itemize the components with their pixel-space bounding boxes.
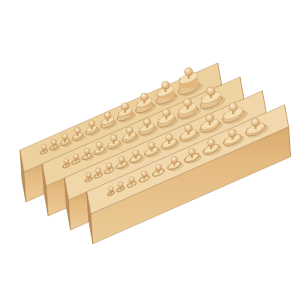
cylinder-blocks-photo bbox=[0, 0, 300, 300]
knob-b2-5[interactable] bbox=[110, 135, 117, 142]
knob-b4-6[interactable] bbox=[171, 156, 178, 163]
knob-b2-3[interactable] bbox=[84, 148, 90, 154]
knob-b1-8[interactable] bbox=[141, 93, 149, 101]
knob-b4-10[interactable] bbox=[251, 118, 259, 126]
knob-b4-5[interactable] bbox=[155, 164, 161, 170]
knob-b1-6[interactable] bbox=[104, 112, 111, 119]
knob-b1-4[interactable] bbox=[75, 127, 81, 133]
knob-b2-10[interactable] bbox=[207, 87, 216, 96]
knob-b2-4[interactable] bbox=[96, 142, 102, 148]
knob-b1-1[interactable] bbox=[41, 144, 46, 149]
knob-b4-3[interactable] bbox=[129, 177, 135, 183]
knob-b3-6[interactable] bbox=[148, 142, 155, 149]
knob-b4-4[interactable] bbox=[141, 171, 147, 177]
knob-b3-7[interactable] bbox=[165, 134, 172, 141]
knob-b3-2[interactable] bbox=[95, 168, 100, 173]
knob-b1-9[interactable] bbox=[162, 81, 170, 89]
knob-b2-8[interactable] bbox=[163, 109, 171, 117]
knob-b2-1[interactable] bbox=[64, 158, 69, 163]
knob-b3-10[interactable] bbox=[229, 103, 238, 112]
knob-b3-1[interactable] bbox=[86, 172, 91, 177]
knob-b3-5[interactable] bbox=[133, 150, 140, 157]
knob-b3-9[interactable] bbox=[206, 114, 214, 122]
knob-b3-3[interactable] bbox=[106, 163, 112, 169]
knob-b1-5[interactable] bbox=[89, 120, 95, 126]
knob-b2-9[interactable] bbox=[184, 99, 192, 107]
knob-b4-7[interactable] bbox=[188, 148, 195, 155]
knob-b1-10[interactable] bbox=[184, 68, 192, 76]
knob-b2-2[interactable] bbox=[73, 154, 79, 160]
knob-b4-2[interactable] bbox=[118, 182, 123, 187]
knob-b1-3[interactable] bbox=[62, 134, 68, 140]
knob-b4-9[interactable] bbox=[228, 129, 236, 137]
knob-b1-7[interactable] bbox=[121, 103, 128, 110]
product-photo-canvas bbox=[0, 0, 300, 300]
knob-b2-6[interactable] bbox=[126, 127, 133, 134]
knob-b4-8[interactable] bbox=[207, 139, 214, 146]
knob-b3-8[interactable] bbox=[185, 124, 193, 132]
knob-b4-1[interactable] bbox=[108, 186, 113, 191]
knob-b3-4[interactable] bbox=[119, 156, 125, 162]
knob-b1-2[interactable] bbox=[51, 139, 56, 144]
knob-b2-7[interactable] bbox=[143, 118, 150, 125]
cylinder-block-board bbox=[0, 0, 300, 300]
